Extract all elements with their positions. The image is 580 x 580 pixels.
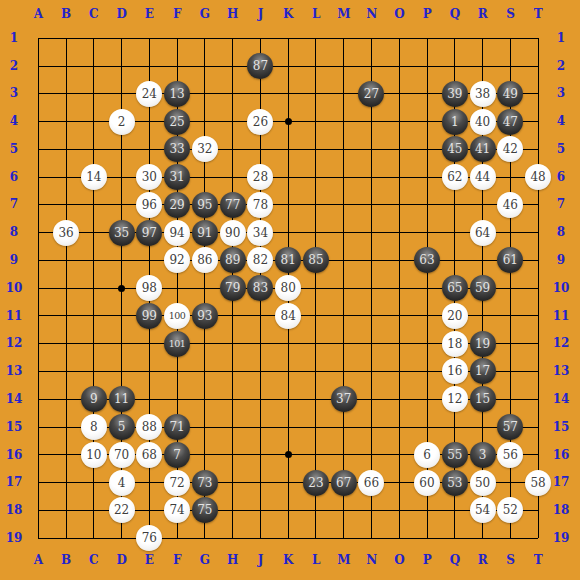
stone-black-F15[interactable]: 71	[164, 414, 190, 440]
intersection-Q11[interactable]: 20	[441, 302, 469, 330]
stone-black-R5[interactable]: 41	[470, 136, 496, 162]
intersection-O12[interactable]	[385, 330, 413, 358]
intersection-R16[interactable]: 3	[469, 441, 497, 469]
intersection-F12[interactable]: 101	[163, 330, 191, 358]
intersection-O9[interactable]	[385, 247, 413, 275]
intersection-B5[interactable]	[52, 135, 80, 163]
intersection-J17[interactable]	[247, 469, 275, 497]
stone-black-F7[interactable]: 29	[164, 192, 190, 218]
intersection-B3[interactable]	[52, 80, 80, 108]
intersection-Q19[interactable]	[441, 524, 469, 552]
intersection-F9[interactable]: 92	[163, 247, 191, 275]
intersection-H3[interactable]	[219, 80, 247, 108]
intersection-O4[interactable]	[385, 108, 413, 136]
intersection-Q4[interactable]: 1	[441, 108, 469, 136]
intersection-P17[interactable]: 60	[413, 469, 441, 497]
intersection-E17[interactable]	[135, 469, 163, 497]
intersection-L18[interactable]	[302, 496, 330, 524]
intersection-J1[interactable]	[247, 24, 275, 52]
intersection-R11[interactable]	[469, 302, 497, 330]
intersection-D9[interactable]	[108, 247, 136, 275]
intersection-H11[interactable]	[219, 302, 247, 330]
stone-white-E16[interactable]: 68	[136, 442, 162, 468]
stone-white-D17[interactable]: 4	[109, 470, 135, 496]
intersection-H6[interactable]	[219, 163, 247, 191]
intersection-J13[interactable]	[247, 358, 275, 386]
intersection-K19[interactable]	[274, 524, 302, 552]
intersection-D19[interactable]	[108, 524, 136, 552]
intersection-D3[interactable]	[108, 80, 136, 108]
stone-black-R14[interactable]: 15	[470, 386, 496, 412]
intersection-O13[interactable]	[385, 358, 413, 386]
intersection-P10[interactable]	[413, 274, 441, 302]
intersection-L5[interactable]	[302, 135, 330, 163]
intersection-N17[interactable]: 66	[358, 469, 386, 497]
intersection-S2[interactable]	[496, 52, 524, 80]
stone-black-L17[interactable]: 23	[303, 470, 329, 496]
intersection-E19[interactable]: 76	[135, 524, 163, 552]
stone-black-S4[interactable]: 47	[497, 109, 523, 135]
stone-white-P16[interactable]: 6	[414, 442, 440, 468]
intersection-K7[interactable]	[274, 191, 302, 219]
intersection-L3[interactable]	[302, 80, 330, 108]
intersection-K8[interactable]	[274, 219, 302, 247]
intersection-G15[interactable]	[191, 413, 219, 441]
intersection-Q13[interactable]: 16	[441, 358, 469, 386]
stone-white-Q11[interactable]: 20	[442, 303, 468, 329]
intersection-N2[interactable]	[358, 52, 386, 80]
intersection-P6[interactable]	[413, 163, 441, 191]
intersection-B12[interactable]	[52, 330, 80, 358]
stone-black-D15[interactable]: 5	[109, 414, 135, 440]
intersection-F3[interactable]: 13	[163, 80, 191, 108]
intersection-D2[interactable]	[108, 52, 136, 80]
intersection-R6[interactable]: 44	[469, 163, 497, 191]
stone-white-E10[interactable]: 98	[136, 275, 162, 301]
intersection-M16[interactable]	[330, 441, 358, 469]
intersection-M15[interactable]	[330, 413, 358, 441]
stone-black-G8[interactable]: 91	[192, 220, 218, 246]
intersection-F16[interactable]: 7	[163, 441, 191, 469]
stone-black-F3[interactable]: 13	[164, 81, 190, 107]
intersection-D11[interactable]	[108, 302, 136, 330]
intersection-M14[interactable]: 37	[330, 385, 358, 413]
stone-black-H7[interactable]: 77	[220, 192, 246, 218]
intersection-S18[interactable]: 52	[496, 496, 524, 524]
intersection-G4[interactable]	[191, 108, 219, 136]
stone-black-S3[interactable]: 49	[497, 81, 523, 107]
intersection-C17[interactable]	[80, 469, 108, 497]
intersection-R1[interactable]	[469, 24, 497, 52]
stone-black-Q4[interactable]: 1	[442, 109, 468, 135]
intersection-P13[interactable]	[413, 358, 441, 386]
intersection-Q8[interactable]	[441, 219, 469, 247]
intersection-M9[interactable]	[330, 247, 358, 275]
intersection-E5[interactable]	[135, 135, 163, 163]
intersection-N5[interactable]	[358, 135, 386, 163]
stone-white-J6[interactable]: 28	[247, 164, 273, 190]
intersection-L17[interactable]: 23	[302, 469, 330, 497]
intersection-S5[interactable]: 42	[496, 135, 524, 163]
stone-white-F9[interactable]: 92	[164, 247, 190, 273]
intersection-D4[interactable]: 2	[108, 108, 136, 136]
intersection-H9[interactable]: 89	[219, 247, 247, 275]
intersection-F1[interactable]	[163, 24, 191, 52]
intersection-B17[interactable]	[52, 469, 80, 497]
intersection-R8[interactable]: 64	[469, 219, 497, 247]
intersection-C13[interactable]	[80, 358, 108, 386]
intersection-E4[interactable]	[135, 108, 163, 136]
intersection-M4[interactable]	[330, 108, 358, 136]
stone-black-C14[interactable]: 9	[81, 386, 107, 412]
intersection-E7[interactable]: 96	[135, 191, 163, 219]
intersection-R17[interactable]: 50	[469, 469, 497, 497]
intersection-D18[interactable]: 22	[108, 496, 136, 524]
intersection-A4[interactable]	[24, 108, 52, 136]
intersection-F19[interactable]	[163, 524, 191, 552]
stone-black-Q17[interactable]: 53	[442, 470, 468, 496]
intersection-A13[interactable]	[24, 358, 52, 386]
intersection-K3[interactable]	[274, 80, 302, 108]
intersection-B14[interactable]	[52, 385, 80, 413]
intersection-H18[interactable]	[219, 496, 247, 524]
intersection-S12[interactable]	[496, 330, 524, 358]
intersection-C5[interactable]	[80, 135, 108, 163]
intersection-A10[interactable]	[24, 274, 52, 302]
stone-white-N17[interactable]: 66	[358, 470, 384, 496]
intersection-A1[interactable]	[24, 24, 52, 52]
intersection-S15[interactable]: 57	[496, 413, 524, 441]
intersection-B7[interactable]	[52, 191, 80, 219]
intersection-G16[interactable]	[191, 441, 219, 469]
intersection-N14[interactable]	[358, 385, 386, 413]
intersection-B11[interactable]	[52, 302, 80, 330]
intersection-L19[interactable]	[302, 524, 330, 552]
stone-white-J9[interactable]: 82	[247, 247, 273, 273]
intersection-A14[interactable]	[24, 385, 52, 413]
stone-white-E15[interactable]: 88	[136, 414, 162, 440]
intersection-J4[interactable]: 26	[247, 108, 275, 136]
stone-white-E19[interactable]: 76	[136, 525, 162, 551]
intersection-G8[interactable]: 91	[191, 219, 219, 247]
intersection-D10[interactable]	[108, 274, 136, 302]
stone-white-S18[interactable]: 52	[497, 497, 523, 523]
stone-black-R12[interactable]: 19	[470, 331, 496, 357]
stone-black-F4[interactable]: 25	[164, 109, 190, 135]
intersection-G5[interactable]: 32	[191, 135, 219, 163]
intersection-A8[interactable]	[24, 219, 52, 247]
intersection-J6[interactable]: 28	[247, 163, 275, 191]
stone-white-Q14[interactable]: 12	[442, 386, 468, 412]
intersection-S4[interactable]: 47	[496, 108, 524, 136]
intersection-S17[interactable]	[496, 469, 524, 497]
intersection-J18[interactable]	[247, 496, 275, 524]
stone-white-G5[interactable]: 32	[192, 136, 218, 162]
intersection-E3[interactable]: 24	[135, 80, 163, 108]
stone-white-E3[interactable]: 24	[136, 81, 162, 107]
intersection-Q14[interactable]: 12	[441, 385, 469, 413]
intersection-O5[interactable]	[385, 135, 413, 163]
stone-black-H10[interactable]: 79	[220, 275, 246, 301]
stone-white-C15[interactable]: 8	[81, 414, 107, 440]
intersection-S16[interactable]: 56	[496, 441, 524, 469]
intersection-A6[interactable]	[24, 163, 52, 191]
intersection-B4[interactable]	[52, 108, 80, 136]
intersection-B19[interactable]	[52, 524, 80, 552]
intersection-P12[interactable]	[413, 330, 441, 358]
stone-white-K10[interactable]: 80	[275, 275, 301, 301]
intersection-S1[interactable]	[496, 24, 524, 52]
intersection-S13[interactable]	[496, 358, 524, 386]
stone-white-G9[interactable]: 86	[192, 247, 218, 273]
intersection-E12[interactable]	[135, 330, 163, 358]
intersection-G12[interactable]	[191, 330, 219, 358]
intersection-P11[interactable]	[413, 302, 441, 330]
intersection-Q6[interactable]: 62	[441, 163, 469, 191]
intersection-H5[interactable]	[219, 135, 247, 163]
intersection-C8[interactable]	[80, 219, 108, 247]
intersection-Q16[interactable]: 55	[441, 441, 469, 469]
intersection-A5[interactable]	[24, 135, 52, 163]
intersection-B15[interactable]	[52, 413, 80, 441]
intersection-D5[interactable]	[108, 135, 136, 163]
intersection-L11[interactable]	[302, 302, 330, 330]
intersection-F10[interactable]	[163, 274, 191, 302]
intersection-Q7[interactable]	[441, 191, 469, 219]
intersection-B9[interactable]	[52, 247, 80, 275]
intersection-A9[interactable]	[24, 247, 52, 275]
intersection-M3[interactable]	[330, 80, 358, 108]
intersection-L7[interactable]	[302, 191, 330, 219]
intersection-E10[interactable]: 98	[135, 274, 163, 302]
intersection-G9[interactable]: 86	[191, 247, 219, 275]
stone-white-R4[interactable]: 40	[470, 109, 496, 135]
intersection-O10[interactable]	[385, 274, 413, 302]
intersection-E13[interactable]	[135, 358, 163, 386]
intersection-J15[interactable]	[247, 413, 275, 441]
intersection-M11[interactable]	[330, 302, 358, 330]
intersection-F13[interactable]	[163, 358, 191, 386]
stone-white-S5[interactable]: 42	[497, 136, 523, 162]
intersection-K10[interactable]: 80	[274, 274, 302, 302]
intersection-R15[interactable]	[469, 413, 497, 441]
intersection-O17[interactable]	[385, 469, 413, 497]
intersection-Q18[interactable]	[441, 496, 469, 524]
intersection-G3[interactable]	[191, 80, 219, 108]
stone-black-F16[interactable]: 7	[164, 442, 190, 468]
intersection-R12[interactable]: 19	[469, 330, 497, 358]
stone-black-J10[interactable]: 83	[247, 275, 273, 301]
intersection-M6[interactable]	[330, 163, 358, 191]
intersection-B16[interactable]	[52, 441, 80, 469]
intersection-G11[interactable]: 93	[191, 302, 219, 330]
intersection-H15[interactable]	[219, 413, 247, 441]
intersection-S14[interactable]	[496, 385, 524, 413]
intersection-A17[interactable]	[24, 469, 52, 497]
intersection-M2[interactable]	[330, 52, 358, 80]
stone-white-D4[interactable]: 2	[109, 109, 135, 135]
intersection-F7[interactable]: 29	[163, 191, 191, 219]
intersection-H13[interactable]	[219, 358, 247, 386]
intersection-R19[interactable]	[469, 524, 497, 552]
intersection-B10[interactable]	[52, 274, 80, 302]
intersection-R10[interactable]: 59	[469, 274, 497, 302]
stone-black-K9[interactable]: 81	[275, 247, 301, 273]
stone-white-Q13[interactable]: 16	[442, 358, 468, 384]
intersection-F15[interactable]: 71	[163, 413, 191, 441]
intersection-H19[interactable]	[219, 524, 247, 552]
intersection-J9[interactable]: 82	[247, 247, 275, 275]
intersection-K16[interactable]	[274, 441, 302, 469]
intersection-O14[interactable]	[385, 385, 413, 413]
intersection-K18[interactable]	[274, 496, 302, 524]
intersection-L10[interactable]	[302, 274, 330, 302]
intersection-C19[interactable]	[80, 524, 108, 552]
intersection-D16[interactable]: 70	[108, 441, 136, 469]
intersection-M5[interactable]	[330, 135, 358, 163]
intersection-N11[interactable]	[358, 302, 386, 330]
intersection-H8[interactable]: 90	[219, 219, 247, 247]
stone-black-M14[interactable]: 37	[331, 386, 357, 412]
intersection-O11[interactable]	[385, 302, 413, 330]
stone-white-C16[interactable]: 10	[81, 442, 107, 468]
intersection-E6[interactable]: 30	[135, 163, 163, 191]
intersection-F4[interactable]: 25	[163, 108, 191, 136]
intersection-J3[interactable]	[247, 80, 275, 108]
stone-white-R18[interactable]: 54	[470, 497, 496, 523]
intersection-B8[interactable]: 36	[52, 219, 80, 247]
intersection-E16[interactable]: 68	[135, 441, 163, 469]
stone-white-J8[interactable]: 34	[247, 220, 273, 246]
intersection-N3[interactable]: 27	[358, 80, 386, 108]
intersection-D7[interactable]	[108, 191, 136, 219]
stone-white-F17[interactable]: 72	[164, 470, 190, 496]
intersection-G14[interactable]	[191, 385, 219, 413]
intersection-H12[interactable]	[219, 330, 247, 358]
intersection-E11[interactable]: 99	[135, 302, 163, 330]
intersection-L1[interactable]	[302, 24, 330, 52]
intersection-F5[interactable]: 33	[163, 135, 191, 163]
intersection-B1[interactable]	[52, 24, 80, 52]
intersection-J16[interactable]	[247, 441, 275, 469]
intersection-D13[interactable]	[108, 358, 136, 386]
intersection-L16[interactable]	[302, 441, 330, 469]
stone-white-D16[interactable]: 70	[109, 442, 135, 468]
stone-black-E8[interactable]: 97	[136, 220, 162, 246]
intersection-O8[interactable]	[385, 219, 413, 247]
intersection-A19[interactable]	[24, 524, 52, 552]
intersection-K5[interactable]	[274, 135, 302, 163]
intersection-N6[interactable]	[358, 163, 386, 191]
intersection-R13[interactable]: 17	[469, 358, 497, 386]
intersection-K17[interactable]	[274, 469, 302, 497]
intersection-N13[interactable]	[358, 358, 386, 386]
intersection-K13[interactable]	[274, 358, 302, 386]
intersection-H17[interactable]	[219, 469, 247, 497]
intersection-S6[interactable]	[496, 163, 524, 191]
intersection-E8[interactable]: 97	[135, 219, 163, 247]
intersection-N12[interactable]	[358, 330, 386, 358]
intersection-C3[interactable]	[80, 80, 108, 108]
intersection-R5[interactable]: 41	[469, 135, 497, 163]
intersection-M12[interactable]	[330, 330, 358, 358]
intersection-J14[interactable]	[247, 385, 275, 413]
intersection-T17[interactable]: 58	[524, 469, 552, 497]
stone-white-J4[interactable]: 26	[247, 109, 273, 135]
intersection-H16[interactable]	[219, 441, 247, 469]
stone-white-F11[interactable]: 100	[164, 303, 190, 329]
stone-white-R6[interactable]: 44	[470, 164, 496, 190]
intersection-P15[interactable]	[413, 413, 441, 441]
intersection-D17[interactable]: 4	[108, 469, 136, 497]
intersection-J2[interactable]: 87	[247, 52, 275, 80]
intersection-O15[interactable]	[385, 413, 413, 441]
intersection-A12[interactable]	[24, 330, 52, 358]
stone-white-J7[interactable]: 78	[247, 192, 273, 218]
intersection-H2[interactable]	[219, 52, 247, 80]
intersection-O3[interactable]	[385, 80, 413, 108]
intersection-C6[interactable]: 14	[80, 163, 108, 191]
stone-black-F5[interactable]: 33	[164, 136, 190, 162]
intersection-R14[interactable]: 15	[469, 385, 497, 413]
intersection-F11[interactable]: 100	[163, 302, 191, 330]
intersection-H10[interactable]: 79	[219, 274, 247, 302]
intersection-H1[interactable]	[219, 24, 247, 52]
intersection-L15[interactable]	[302, 413, 330, 441]
intersection-S8[interactable]	[496, 219, 524, 247]
stone-black-Q10[interactable]: 65	[442, 275, 468, 301]
intersection-K4[interactable]	[274, 108, 302, 136]
intersection-P19[interactable]	[413, 524, 441, 552]
intersection-M10[interactable]	[330, 274, 358, 302]
intersection-P3[interactable]	[413, 80, 441, 108]
intersection-Q9[interactable]	[441, 247, 469, 275]
intersection-S3[interactable]: 49	[496, 80, 524, 108]
intersection-F2[interactable]	[163, 52, 191, 80]
intersection-C9[interactable]	[80, 247, 108, 275]
intersection-C7[interactable]	[80, 191, 108, 219]
stone-black-D14[interactable]: 11	[109, 386, 135, 412]
intersection-A18[interactable]	[24, 496, 52, 524]
intersection-J5[interactable]	[247, 135, 275, 163]
intersection-K2[interactable]	[274, 52, 302, 80]
intersection-O6[interactable]	[385, 163, 413, 191]
intersection-K12[interactable]	[274, 330, 302, 358]
intersection-P18[interactable]	[413, 496, 441, 524]
intersection-L6[interactable]	[302, 163, 330, 191]
stone-black-R16[interactable]: 3	[470, 442, 496, 468]
intersection-F14[interactable]	[163, 385, 191, 413]
intersection-A15[interactable]	[24, 413, 52, 441]
intersection-Q3[interactable]: 39	[441, 80, 469, 108]
stone-black-J2[interactable]: 87	[247, 53, 273, 79]
intersection-G17[interactable]: 73	[191, 469, 219, 497]
intersection-S9[interactable]: 61	[496, 247, 524, 275]
intersection-Q15[interactable]	[441, 413, 469, 441]
intersection-P2[interactable]	[413, 52, 441, 80]
intersection-O19[interactable]	[385, 524, 413, 552]
intersection-J10[interactable]: 83	[247, 274, 275, 302]
intersection-M8[interactable]	[330, 219, 358, 247]
intersection-M7[interactable]	[330, 191, 358, 219]
stone-white-S7[interactable]: 46	[497, 192, 523, 218]
intersection-N7[interactable]	[358, 191, 386, 219]
stone-black-Q16[interactable]: 55	[442, 442, 468, 468]
intersection-C16[interactable]: 10	[80, 441, 108, 469]
intersection-M17[interactable]: 67	[330, 469, 358, 497]
intersection-B18[interactable]	[52, 496, 80, 524]
intersection-D1[interactable]	[108, 24, 136, 52]
